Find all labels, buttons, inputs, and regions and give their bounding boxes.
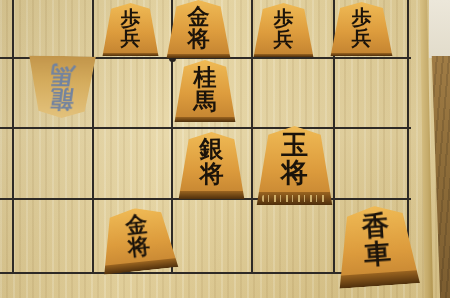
piece-face: 歩兵: [330, 2, 393, 53]
piece-face: 金将: [97, 204, 178, 266]
background-wall: [429, 0, 450, 58]
piece-front-edge: [256, 192, 333, 205]
piece-kanji: 馬: [194, 89, 217, 112]
piece-fuhyo-pawn-2f[interactable]: 歩兵: [253, 3, 314, 57]
piece-front-edge: [102, 53, 159, 56]
piece-fuhyo-pawn-4f[interactable]: 歩兵: [102, 3, 159, 56]
piece-keima-knight-3g[interactable]: 桂馬: [174, 60, 236, 122]
piece-kanji: 桂: [194, 65, 217, 88]
piece-front-edge: [330, 53, 393, 56]
piece-kanji: 歩: [352, 7, 372, 27]
piece-kanji: 馬: [48, 62, 75, 87]
piece-face: 銀将: [178, 132, 245, 191]
shogi-board: 歩兵金将歩兵歩兵龍馬桂馬銀将玉将金将香車: [0, 0, 450, 298]
piece-gyokusho-king-2h[interactable]: 玉将: [256, 126, 333, 205]
piece-face: 龍馬: [27, 55, 96, 118]
piece-face: 歩兵: [102, 3, 159, 53]
piece-kanji: 香: [361, 211, 390, 240]
grid-line-horizontal-1: [0, 127, 411, 129]
piece-front-edge: [178, 191, 245, 199]
piece-kanji: 兵: [121, 28, 141, 48]
piece-kanji: 歩: [274, 8, 294, 28]
piece-fuhyo-pawn-1f[interactable]: 歩兵: [330, 2, 393, 56]
piece-kanji: 車: [363, 239, 392, 268]
grid-line-vertical-1: [92, 0, 94, 274]
piece-ginsho-silver-3h[interactable]: 銀将: [178, 132, 245, 199]
piece-front-edge: [174, 117, 236, 122]
piece-kanji: 将: [188, 27, 210, 49]
piece-kinsho-gold-3f[interactable]: 金将: [166, 0, 231, 58]
piece-kanji: 将: [127, 234, 151, 259]
shogi-board-photo: 歩兵金将歩兵歩兵龍馬桂馬銀将玉将金将香車: [0, 0, 450, 298]
piece-ryuma-promoted-bishop-5g[interactable]: 龍馬: [27, 55, 96, 118]
piece-kanji: 歩: [121, 8, 141, 28]
piece-kanji: 銀: [200, 137, 224, 161]
grid-line-vertical-3: [251, 0, 253, 274]
piece-face: 玉将: [256, 126, 333, 192]
piece-kanji: 兵: [274, 29, 294, 49]
piece-kinsho-gold-4i[interactable]: 金将: [97, 204, 179, 275]
piece-kanji: 将: [200, 162, 224, 186]
grid-line-vertical-0: [12, 0, 14, 274]
piece-front-edge: [253, 54, 314, 57]
piece-kanji: 金: [188, 5, 210, 27]
piece-kanji: 将: [281, 159, 308, 187]
maker-signature: [262, 195, 327, 202]
piece-kanji: 兵: [352, 28, 372, 48]
piece-kanji: 龍: [48, 87, 75, 112]
piece-face: 金将: [166, 0, 231, 54]
piece-face: 桂馬: [174, 60, 236, 117]
piece-face: 歩兵: [253, 3, 314, 54]
piece-kanji: 玉: [281, 131, 308, 159]
piece-front-edge: [166, 54, 231, 58]
